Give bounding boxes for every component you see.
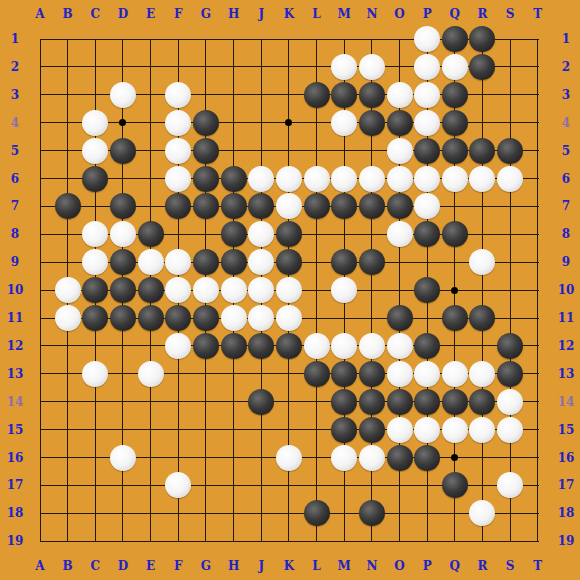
row-label-right: 12 [552, 338, 580, 354]
row-label-left: 11 [1, 310, 29, 326]
stone-white-O8[interactable] [387, 221, 413, 247]
stone-black-D10[interactable] [110, 277, 136, 303]
stone-black-O16[interactable] [387, 445, 413, 471]
grid-line-v [316, 39, 317, 542]
stone-white-D3[interactable] [110, 82, 136, 108]
stone-black-R11[interactable] [469, 305, 495, 331]
stone-black-Q14[interactable] [442, 389, 468, 415]
stone-black-E10[interactable] [138, 277, 164, 303]
stone-white-G10[interactable] [193, 277, 219, 303]
stone-white-R9[interactable] [469, 249, 495, 275]
col-label-bottom: F [164, 558, 192, 574]
stone-black-O7[interactable] [387, 193, 413, 219]
stone-black-P10[interactable] [414, 277, 440, 303]
col-label-top: L [303, 6, 331, 22]
stone-black-N18[interactable] [359, 500, 385, 526]
col-label-bottom: A [26, 558, 54, 574]
stone-white-P6[interactable] [414, 166, 440, 192]
stone-white-K6[interactable] [276, 166, 302, 192]
stone-black-P12[interactable] [414, 333, 440, 359]
stone-black-C6[interactable] [82, 166, 108, 192]
col-label-bottom: L [303, 558, 331, 574]
stone-white-E9[interactable] [138, 249, 164, 275]
stone-white-K11[interactable] [276, 305, 302, 331]
stone-white-S6[interactable] [497, 166, 523, 192]
row-label-right: 15 [552, 422, 580, 438]
stone-black-M9[interactable] [331, 249, 357, 275]
stone-black-G12[interactable] [193, 333, 219, 359]
stone-white-R6[interactable] [469, 166, 495, 192]
stone-white-O12[interactable] [387, 333, 413, 359]
col-label-bottom: T [524, 558, 552, 574]
stone-black-L13[interactable] [304, 361, 330, 387]
stone-black-O11[interactable] [387, 305, 413, 331]
row-label-right: 16 [552, 450, 580, 466]
col-label-bottom: D [109, 558, 137, 574]
col-label-bottom: P [413, 558, 441, 574]
stone-black-H8[interactable] [221, 221, 247, 247]
stone-white-Q15[interactable] [442, 417, 468, 443]
col-label-top: A [26, 6, 54, 22]
stone-black-G5[interactable] [193, 138, 219, 164]
stone-white-F4[interactable] [165, 110, 191, 136]
stone-black-D5[interactable] [110, 138, 136, 164]
stone-white-J8[interactable] [248, 221, 274, 247]
stone-white-E13[interactable] [138, 361, 164, 387]
stone-white-Q13[interactable] [442, 361, 468, 387]
stone-white-F3[interactable] [165, 82, 191, 108]
stone-black-M15[interactable] [331, 417, 357, 443]
stone-white-Q2[interactable] [442, 54, 468, 80]
stone-black-R14[interactable] [469, 389, 495, 415]
grid-line-v [537, 39, 538, 542]
col-label-top: C [81, 6, 109, 22]
stone-white-F10[interactable] [165, 277, 191, 303]
col-label-top: J [247, 6, 275, 22]
stone-white-M4[interactable] [331, 110, 357, 136]
stone-white-D16[interactable] [110, 445, 136, 471]
col-label-top: B [54, 6, 82, 22]
col-label-top: F [164, 6, 192, 22]
stone-black-N9[interactable] [359, 249, 385, 275]
row-label-left: 16 [1, 450, 29, 466]
row-label-right: 6 [552, 171, 580, 187]
go-board-app: AABBCCDDEEFFGGHHJJKKLLMMNNOOPPQQRRSSTT11… [0, 0, 580, 580]
stone-black-G4[interactable] [193, 110, 219, 136]
grid-line-h [40, 513, 539, 514]
col-label-bottom: Q [441, 558, 469, 574]
stone-black-M7[interactable] [331, 193, 357, 219]
col-label-bottom: S [496, 558, 524, 574]
stone-black-B7[interactable] [55, 193, 81, 219]
col-label-bottom: B [54, 558, 82, 574]
stone-black-Q3[interactable] [442, 82, 468, 108]
row-label-right: 1 [552, 31, 580, 47]
stone-white-F12[interactable] [165, 333, 191, 359]
row-label-left: 19 [1, 533, 29, 549]
stone-white-J6[interactable] [248, 166, 274, 192]
col-label-top: T [524, 6, 552, 22]
hoshi-point [451, 454, 458, 461]
stone-black-J14[interactable] [248, 389, 274, 415]
col-label-top: D [109, 6, 137, 22]
stone-white-P13[interactable] [414, 361, 440, 387]
stone-black-R5[interactable] [469, 138, 495, 164]
col-label-bottom: M [330, 558, 358, 574]
stone-black-Q11[interactable] [442, 305, 468, 331]
stone-white-B10[interactable] [55, 277, 81, 303]
stone-black-C10[interactable] [82, 277, 108, 303]
row-label-left: 13 [1, 366, 29, 382]
stone-white-S15[interactable] [497, 417, 523, 443]
stone-white-S14[interactable] [497, 389, 523, 415]
stone-white-D8[interactable] [110, 221, 136, 247]
stone-white-C5[interactable] [82, 138, 108, 164]
col-label-top: R [468, 6, 496, 22]
stone-black-H9[interactable] [221, 249, 247, 275]
col-label-bottom: J [247, 558, 275, 574]
col-label-bottom: O [386, 558, 414, 574]
stone-white-F17[interactable] [165, 472, 191, 498]
stone-white-M10[interactable] [331, 277, 357, 303]
stone-white-B11[interactable] [55, 305, 81, 331]
stone-white-K16[interactable] [276, 445, 302, 471]
row-label-left: 15 [1, 422, 29, 438]
row-label-right: 2 [552, 59, 580, 75]
go-board[interactable]: AABBCCDDEEFFGGHHJJKKLLMMNNOOPPQQRRSSTT11… [0, 0, 580, 580]
col-label-bottom: K [275, 558, 303, 574]
row-label-right: 7 [552, 198, 580, 214]
col-label-top: H [220, 6, 248, 22]
stone-black-H6[interactable] [221, 166, 247, 192]
stone-black-L18[interactable] [304, 500, 330, 526]
stone-white-N16[interactable] [359, 445, 385, 471]
stone-white-N2[interactable] [359, 54, 385, 80]
stone-black-O14[interactable] [387, 389, 413, 415]
stone-black-N3[interactable] [359, 82, 385, 108]
stone-white-P7[interactable] [414, 193, 440, 219]
stone-black-S13[interactable] [497, 361, 523, 387]
grid-line-h [40, 541, 539, 542]
stone-white-P2[interactable] [414, 54, 440, 80]
stone-black-S5[interactable] [497, 138, 523, 164]
stone-black-C11[interactable] [82, 305, 108, 331]
stone-black-G11[interactable] [193, 305, 219, 331]
stone-white-M12[interactable] [331, 333, 357, 359]
stone-black-L7[interactable] [304, 193, 330, 219]
stone-black-K12[interactable] [276, 333, 302, 359]
stone-white-J11[interactable] [248, 305, 274, 331]
row-label-left: 6 [1, 171, 29, 187]
stone-black-R2[interactable] [469, 54, 495, 80]
stone-black-D11[interactable] [110, 305, 136, 331]
row-label-right: 13 [552, 366, 580, 382]
stone-black-M3[interactable] [331, 82, 357, 108]
row-label-left: 18 [1, 505, 29, 521]
stone-white-K10[interactable] [276, 277, 302, 303]
row-label-right: 5 [552, 143, 580, 159]
col-label-top: M [330, 6, 358, 22]
stone-black-N15[interactable] [359, 417, 385, 443]
row-label-left: 17 [1, 477, 29, 493]
stone-white-F6[interactable] [165, 166, 191, 192]
col-label-bottom: N [358, 558, 386, 574]
row-label-right: 19 [552, 533, 580, 549]
col-label-bottom: C [81, 558, 109, 574]
stone-white-Q6[interactable] [442, 166, 468, 192]
stone-white-P1[interactable] [414, 26, 440, 52]
stone-black-F11[interactable] [165, 305, 191, 331]
col-label-top: P [413, 6, 441, 22]
stone-black-G6[interactable] [193, 166, 219, 192]
row-label-right: 4 [552, 115, 580, 131]
stone-black-P5[interactable] [414, 138, 440, 164]
stone-white-N12[interactable] [359, 333, 385, 359]
stone-white-H11[interactable] [221, 305, 247, 331]
stone-black-D7[interactable] [110, 193, 136, 219]
stone-black-Q8[interactable] [442, 221, 468, 247]
stone-black-Q1[interactable] [442, 26, 468, 52]
col-label-top: O [386, 6, 414, 22]
stone-white-O6[interactable] [387, 166, 413, 192]
stone-black-E8[interactable] [138, 221, 164, 247]
stone-white-L12[interactable] [304, 333, 330, 359]
col-label-top: E [137, 6, 165, 22]
col-label-bottom: R [468, 558, 496, 574]
row-label-left: 14 [1, 394, 29, 410]
stone-white-O15[interactable] [387, 417, 413, 443]
col-label-bottom: E [137, 558, 165, 574]
row-label-right: 3 [552, 87, 580, 103]
col-label-bottom: H [220, 558, 248, 574]
stone-white-M6[interactable] [331, 166, 357, 192]
stone-black-S12[interactable] [497, 333, 523, 359]
hoshi-point [451, 287, 458, 294]
stone-black-D9[interactable] [110, 249, 136, 275]
stone-white-O3[interactable] [387, 82, 413, 108]
stone-black-L3[interactable] [304, 82, 330, 108]
stone-white-O5[interactable] [387, 138, 413, 164]
stone-white-F9[interactable] [165, 249, 191, 275]
row-label-right: 14 [552, 394, 580, 410]
stone-black-P8[interactable] [414, 221, 440, 247]
grid-line-v [40, 39, 41, 542]
col-label-top: Q [441, 6, 469, 22]
stone-black-Q5[interactable] [442, 138, 468, 164]
stone-black-F7[interactable] [165, 193, 191, 219]
stone-black-N7[interactable] [359, 193, 385, 219]
col-label-top: N [358, 6, 386, 22]
stone-black-J7[interactable] [248, 193, 274, 219]
row-label-right: 11 [552, 310, 580, 326]
hoshi-point [285, 119, 292, 126]
stone-white-J10[interactable] [248, 277, 274, 303]
stone-white-P15[interactable] [414, 417, 440, 443]
row-label-right: 10 [552, 282, 580, 298]
row-label-left: 7 [1, 198, 29, 214]
stone-white-H10[interactable] [221, 277, 247, 303]
stone-black-M14[interactable] [331, 389, 357, 415]
stone-white-O13[interactable] [387, 361, 413, 387]
stone-black-N13[interactable] [359, 361, 385, 387]
stone-black-H7[interactable] [221, 193, 247, 219]
grid-line-v [482, 39, 483, 542]
row-label-right: 18 [552, 505, 580, 521]
stone-black-E11[interactable] [138, 305, 164, 331]
row-label-right: 17 [552, 477, 580, 493]
grid-line-v [510, 39, 511, 542]
stone-white-R18[interactable] [469, 500, 495, 526]
stone-black-P16[interactable] [414, 445, 440, 471]
row-label-left: 5 [1, 143, 29, 159]
col-label-top: K [275, 6, 303, 22]
stone-black-J12[interactable] [248, 333, 274, 359]
row-label-right: 8 [552, 226, 580, 242]
stone-white-C9[interactable] [82, 249, 108, 275]
stone-black-G7[interactable] [193, 193, 219, 219]
col-label-top: S [496, 6, 524, 22]
stone-black-K9[interactable] [276, 249, 302, 275]
row-label-left: 4 [1, 115, 29, 131]
stone-white-M16[interactable] [331, 445, 357, 471]
stone-black-H12[interactable] [221, 333, 247, 359]
hoshi-point [119, 119, 126, 126]
row-label-left: 9 [1, 254, 29, 270]
stone-white-F5[interactable] [165, 138, 191, 164]
stone-black-G9[interactable] [193, 249, 219, 275]
row-label-left: 12 [1, 338, 29, 354]
stone-black-N14[interactable] [359, 389, 385, 415]
stone-white-L6[interactable] [304, 166, 330, 192]
stone-black-O4[interactable] [387, 110, 413, 136]
stone-white-C13[interactable] [82, 361, 108, 387]
stone-white-S17[interactable] [497, 472, 523, 498]
col-label-top: G [192, 6, 220, 22]
row-label-left: 8 [1, 226, 29, 242]
row-label-left: 10 [1, 282, 29, 298]
stone-white-J9[interactable] [248, 249, 274, 275]
col-label-bottom: G [192, 558, 220, 574]
stone-white-R13[interactable] [469, 361, 495, 387]
stone-white-C4[interactable] [82, 110, 108, 136]
stone-black-P14[interactable] [414, 389, 440, 415]
row-label-left: 1 [1, 31, 29, 47]
stone-white-C8[interactable] [82, 221, 108, 247]
stone-black-N4[interactable] [359, 110, 385, 136]
stone-white-P4[interactable] [414, 110, 440, 136]
stone-black-Q17[interactable] [442, 472, 468, 498]
stone-black-Q4[interactable] [442, 110, 468, 136]
stone-black-M13[interactable] [331, 361, 357, 387]
row-label-left: 2 [1, 59, 29, 75]
stone-black-R1[interactable] [469, 26, 495, 52]
stone-black-K8[interactable] [276, 221, 302, 247]
row-label-left: 3 [1, 87, 29, 103]
row-label-right: 9 [552, 254, 580, 270]
stone-white-R15[interactable] [469, 417, 495, 443]
stone-white-K7[interactable] [276, 193, 302, 219]
stone-white-P3[interactable] [414, 82, 440, 108]
stone-white-M2[interactable] [331, 54, 357, 80]
stone-white-N6[interactable] [359, 166, 385, 192]
